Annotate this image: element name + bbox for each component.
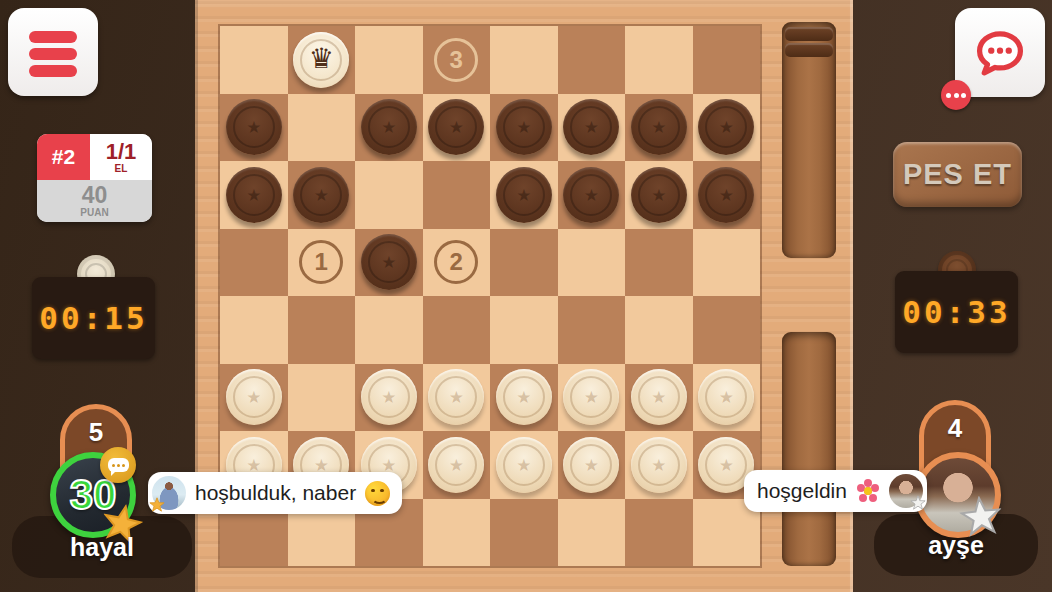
board-square[interactable] [220, 296, 288, 364]
smiley-emoji [365, 481, 390, 506]
left-timer: 00:15 [32, 277, 155, 359]
dark-piece[interactable] [631, 99, 687, 155]
board-square[interactable] [625, 26, 693, 94]
board-square[interactable] [220, 161, 288, 229]
board-square[interactable] [288, 364, 356, 432]
board-square[interactable] [423, 161, 491, 229]
dark-piece[interactable] [293, 167, 349, 223]
board-square[interactable] [355, 364, 423, 432]
board-square[interactable] [355, 296, 423, 364]
board-square[interactable] [693, 161, 761, 229]
board-square[interactable] [288, 161, 356, 229]
gold-star-icon [149, 497, 165, 513]
board-square[interactable] [423, 296, 491, 364]
dark-piece[interactable] [361, 234, 417, 290]
board-square[interactable] [490, 296, 558, 364]
board-square[interactable] [355, 161, 423, 229]
board-square[interactable] [288, 296, 356, 364]
board-square[interactable] [490, 94, 558, 162]
captured-dark-piece [785, 43, 833, 57]
right-player-name: ayşe [874, 531, 1038, 560]
board-square[interactable] [558, 296, 626, 364]
board-square[interactable]: ♛ [288, 26, 356, 94]
dark-piece[interactable] [428, 99, 484, 155]
board-square[interactable] [220, 229, 288, 297]
chat-bubble-icon [972, 25, 1028, 81]
board-square[interactable] [625, 296, 693, 364]
chat-more-badge[interactable] [941, 80, 971, 110]
points-counter: 40 PUAN [37, 180, 152, 222]
right-chat-avatar [889, 474, 923, 508]
board-square[interactable] [693, 26, 761, 94]
game-screen: ♛312 #2 1/1 EL 40 PUAN 00:15 00:33 5 [0, 0, 1052, 592]
board-square[interactable] [625, 94, 693, 162]
dark-piece[interactable] [698, 167, 754, 223]
board-square[interactable] [423, 431, 491, 499]
capture-tray-top [782, 22, 836, 258]
board-square[interactable] [558, 229, 626, 297]
board-square[interactable] [625, 161, 693, 229]
move-marker-3: 3 [434, 38, 478, 82]
score-panel: #2 1/1 EL 40 PUAN [37, 134, 152, 222]
move-marker-1: 1 [299, 240, 343, 284]
dark-piece[interactable] [698, 99, 754, 155]
chat-button[interactable] [955, 8, 1045, 97]
board-square[interactable] [558, 26, 626, 94]
chat-emoji-badge-icon [100, 447, 136, 483]
hand-counter: 1/1 EL [90, 134, 152, 180]
board-square[interactable] [490, 364, 558, 432]
board-square[interactable] [220, 94, 288, 162]
white-piece[interactable] [496, 437, 552, 493]
board-square[interactable] [423, 364, 491, 432]
board-square[interactable] [558, 94, 626, 162]
board-square[interactable] [693, 296, 761, 364]
menu-button[interactable] [8, 8, 98, 96]
board-square[interactable] [625, 499, 693, 567]
white-piece[interactable] [631, 369, 687, 425]
board-square[interactable] [693, 229, 761, 297]
board-square[interactable] [558, 431, 626, 499]
dark-piece[interactable] [496, 167, 552, 223]
board-square[interactable] [693, 364, 761, 432]
board-square[interactable] [490, 431, 558, 499]
board-square[interactable]: 1 [288, 229, 356, 297]
move-marker-2: 2 [434, 240, 478, 284]
left-chat-avatar [152, 476, 186, 510]
white-piece[interactable] [631, 437, 687, 493]
board-square[interactable] [490, 26, 558, 94]
board-square[interactable] [490, 161, 558, 229]
board-square[interactable] [355, 229, 423, 297]
dark-piece[interactable] [226, 167, 282, 223]
board-square[interactable] [490, 499, 558, 567]
right-chat-bubble: hoşgeldin [744, 470, 927, 512]
board-square[interactable] [355, 94, 423, 162]
board-square[interactable] [423, 499, 491, 567]
white-piece[interactable] [563, 437, 619, 493]
right-chat-text: hoşgeldin [757, 479, 847, 503]
hamburger-icon [29, 31, 98, 77]
resign-button[interactable]: PES ET [893, 142, 1022, 207]
board-square[interactable] [625, 229, 693, 297]
white-piece[interactable] [226, 369, 282, 425]
white-piece[interactable] [428, 437, 484, 493]
dark-piece[interactable] [226, 99, 282, 155]
board-square[interactable] [355, 26, 423, 94]
white-piece[interactable] [563, 369, 619, 425]
dark-piece[interactable] [496, 99, 552, 155]
white-piece[interactable] [496, 369, 552, 425]
board-square[interactable] [693, 94, 761, 162]
board-square[interactable] [423, 94, 491, 162]
dark-piece[interactable] [563, 99, 619, 155]
dark-piece[interactable] [361, 99, 417, 155]
board-square[interactable]: 2 [423, 229, 491, 297]
captured-dark-piece [785, 27, 833, 41]
dark-piece[interactable] [563, 167, 619, 223]
board-square[interactable] [558, 161, 626, 229]
board-square[interactable] [558, 364, 626, 432]
board-square[interactable] [625, 364, 693, 432]
left-chat-text: hoşbulduk, naber [195, 481, 356, 505]
white-piece[interactable] [428, 369, 484, 425]
board-square[interactable] [490, 229, 558, 297]
board-square[interactable] [220, 364, 288, 432]
board-square[interactable] [288, 94, 356, 162]
board-square[interactable] [625, 431, 693, 499]
crown-icon: ♛ [309, 45, 334, 73]
silver-star-icon [910, 495, 926, 511]
dark-piece[interactable] [631, 167, 687, 223]
board-square[interactable] [220, 26, 288, 94]
capture-tray-bottom [782, 332, 836, 566]
white-piece[interactable] [698, 369, 754, 425]
right-timer: 00:33 [895, 271, 1018, 353]
left-player-name: hayal [12, 533, 192, 562]
white-king-piece[interactable]: ♛ [293, 32, 349, 88]
white-piece[interactable] [361, 369, 417, 425]
board-square[interactable]: 3 [423, 26, 491, 94]
flower-emoji [855, 478, 881, 504]
board-square[interactable] [558, 499, 626, 567]
left-chat-bubble: hoşbulduk, naber [148, 472, 402, 514]
rank-badge: #2 [37, 134, 90, 180]
